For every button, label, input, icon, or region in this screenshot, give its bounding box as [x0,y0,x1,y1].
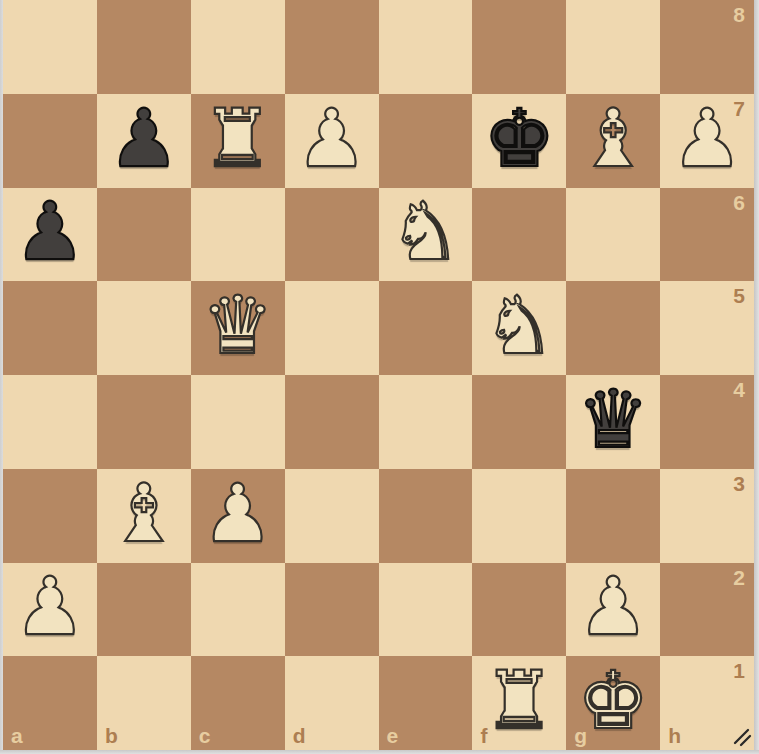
square-h4[interactable]: 4 [660,375,754,469]
file-label-h: h [668,724,681,748]
white-knight-f5[interactable]: ♞ [483,286,555,366]
square-e6[interactable]: ♞ [379,188,473,282]
square-d7[interactable]: ♟ [285,94,379,188]
square-c1[interactable]: c [191,656,285,750]
square-e7[interactable] [379,94,473,188]
square-e8[interactable] [379,0,473,94]
chess-page: 8♟♜♟♚♝♟7♟♞6♛♞5♛4♝♟3♟♟2abcde♜f♚gh1 [0,0,759,754]
file-label-b: b [105,724,118,748]
square-b8[interactable] [97,0,191,94]
square-c6[interactable] [191,188,285,282]
square-g4[interactable]: ♛ [566,375,660,469]
black-king-f7[interactable]: ♚ [483,99,555,179]
square-a2[interactable]: ♟ [3,563,97,657]
square-d6[interactable] [285,188,379,282]
square-a8[interactable] [3,0,97,94]
square-c5[interactable]: ♛ [191,281,285,375]
white-rook-c7[interactable]: ♜ [202,99,274,179]
square-c7[interactable]: ♜ [191,94,285,188]
black-pawn-b7[interactable]: ♟ [108,99,180,179]
square-a7[interactable] [3,94,97,188]
square-b7[interactable]: ♟ [97,94,191,188]
chess-board: 8♟♜♟♚♝♟7♟♞6♛♞5♛4♝♟3♟♟2abcde♜f♚gh1 [3,0,754,750]
square-a4[interactable] [3,375,97,469]
white-knight-e6[interactable]: ♞ [390,192,462,272]
square-f3[interactable] [472,469,566,563]
square-b6[interactable] [97,188,191,282]
square-e3[interactable] [379,469,473,563]
square-f1[interactable]: ♜f [472,656,566,750]
square-f7[interactable]: ♚ [472,94,566,188]
square-h3[interactable]: 3 [660,469,754,563]
rank-label-4: 4 [733,378,745,402]
square-g3[interactable] [566,469,660,563]
square-e4[interactable] [379,375,473,469]
square-c8[interactable] [191,0,285,94]
white-pawn-c3[interactable]: ♟ [202,474,274,554]
square-b2[interactable] [97,563,191,657]
square-b3[interactable]: ♝ [97,469,191,563]
square-e5[interactable] [379,281,473,375]
square-f6[interactable] [472,188,566,282]
square-g1[interactable]: ♚g [566,656,660,750]
square-b5[interactable] [97,281,191,375]
square-d5[interactable] [285,281,379,375]
white-bishop-b3[interactable]: ♝ [108,474,180,554]
white-pawn-a2[interactable]: ♟ [14,567,86,647]
rank-label-1: 1 [733,659,745,683]
square-h5[interactable]: 5 [660,281,754,375]
square-b1[interactable]: b [97,656,191,750]
white-pawn-d7[interactable]: ♟ [296,99,368,179]
square-h6[interactable]: 6 [660,188,754,282]
square-c3[interactable]: ♟ [191,469,285,563]
square-f4[interactable] [472,375,566,469]
square-a1[interactable]: a [3,656,97,750]
white-rook-f1[interactable]: ♜ [483,661,555,741]
square-c4[interactable] [191,375,285,469]
square-g2[interactable]: ♟ [566,563,660,657]
rank-label-3: 3 [733,472,745,496]
square-d8[interactable] [285,0,379,94]
square-c2[interactable] [191,563,285,657]
square-g5[interactable] [566,281,660,375]
square-b4[interactable] [97,375,191,469]
file-label-a: a [11,724,23,748]
square-h2[interactable]: 2 [660,563,754,657]
rank-label-6: 6 [733,191,745,215]
square-g7[interactable]: ♝ [566,94,660,188]
page-edge-bottom [0,750,759,754]
square-g8[interactable] [566,0,660,94]
file-label-c: c [199,724,211,748]
file-label-e: e [387,724,399,748]
rank-label-8: 8 [733,3,745,27]
white-bishop-g7[interactable]: ♝ [577,99,649,179]
square-h8[interactable]: 8 [660,0,754,94]
square-a5[interactable] [3,281,97,375]
square-d1[interactable]: d [285,656,379,750]
white-queen-c5[interactable]: ♛ [202,286,274,366]
square-d4[interactable] [285,375,379,469]
square-f5[interactable]: ♞ [472,281,566,375]
square-e2[interactable] [379,563,473,657]
square-h7[interactable]: ♟7 [660,94,754,188]
square-a6[interactable]: ♟ [3,188,97,282]
black-pawn-a6[interactable]: ♟ [14,192,86,272]
black-queen-g4[interactable]: ♛ [577,380,649,460]
square-d2[interactable] [285,563,379,657]
square-a3[interactable] [3,469,97,563]
white-pawn-h7[interactable]: ♟ [671,99,743,179]
white-king-g1[interactable]: ♚ [577,661,649,741]
rank-label-2: 2 [733,566,745,590]
file-label-d: d [293,724,306,748]
square-f2[interactable] [472,563,566,657]
board-resize-handle-icon[interactable] [732,727,752,747]
page-edge-right [754,0,759,754]
square-d3[interactable] [285,469,379,563]
rank-label-5: 5 [733,284,745,308]
square-f8[interactable] [472,0,566,94]
white-pawn-g2[interactable]: ♟ [577,567,649,647]
square-e1[interactable]: e [379,656,473,750]
square-g6[interactable] [566,188,660,282]
